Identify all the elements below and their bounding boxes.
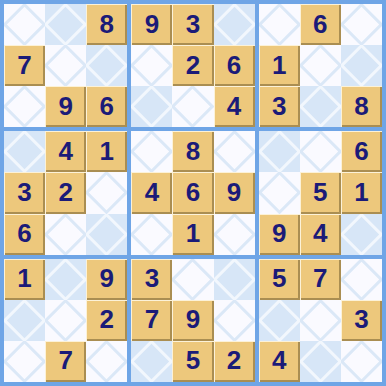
empty-cell-diamond bbox=[4, 4, 45, 45]
box-1-3: 6138 bbox=[259, 4, 382, 127]
given-digit: 9 bbox=[227, 179, 241, 205]
cell-r8c7[interactable] bbox=[259, 300, 300, 341]
cell-r6c4[interactable] bbox=[131, 214, 172, 255]
given-digit: 1 bbox=[186, 220, 200, 246]
cell-r7c9[interactable] bbox=[341, 259, 382, 300]
cell-r4c5: 8 bbox=[172, 131, 213, 172]
cell-r3c4[interactable] bbox=[131, 86, 172, 127]
given-digit: 2 bbox=[227, 347, 241, 373]
given-digit: 2 bbox=[100, 306, 114, 332]
cell-r1c4: 9 bbox=[131, 4, 172, 45]
given-digit: 9 bbox=[145, 11, 159, 37]
cell-r8c5: 9 bbox=[172, 300, 213, 341]
box-3-1: 1927 bbox=[4, 259, 127, 382]
empty-cell-diamond bbox=[131, 341, 172, 382]
given-digit: 2 bbox=[186, 52, 200, 78]
cell-r8c8[interactable] bbox=[300, 300, 341, 341]
given-digit: 1 bbox=[354, 179, 368, 205]
empty-cell-diamond bbox=[259, 300, 300, 341]
given-digit: 4 bbox=[145, 179, 159, 205]
given-digit: 8 bbox=[186, 138, 200, 164]
given-digit: 8 bbox=[354, 93, 368, 119]
cell-r6c5: 1 bbox=[172, 214, 213, 255]
given-digit: 6 bbox=[313, 11, 327, 37]
cell-r4c8[interactable] bbox=[300, 131, 341, 172]
cell-r9c5: 5 bbox=[172, 341, 213, 382]
box-3-2: 37952 bbox=[131, 259, 254, 382]
cell-r1c8: 6 bbox=[300, 4, 341, 45]
cell-r7c5[interactable] bbox=[172, 259, 213, 300]
empty-cell-diamond bbox=[259, 131, 300, 172]
given-digit: 3 bbox=[272, 93, 286, 119]
cell-r6c2[interactable] bbox=[45, 214, 86, 255]
cell-r8c1[interactable] bbox=[4, 300, 45, 341]
cell-r9c9[interactable] bbox=[341, 341, 382, 382]
given-digit: 3 bbox=[186, 11, 200, 37]
empty-cell-diamond bbox=[341, 341, 382, 382]
cell-r2c2[interactable] bbox=[45, 45, 86, 86]
empty-cell-diamond bbox=[131, 86, 172, 127]
given-digit: 9 bbox=[186, 306, 200, 332]
given-digit: 9 bbox=[100, 265, 114, 291]
cell-r1c6[interactable] bbox=[214, 4, 255, 45]
cell-r9c7: 4 bbox=[259, 341, 300, 382]
given-digit: 9 bbox=[272, 220, 286, 246]
cell-r7c6[interactable] bbox=[214, 259, 255, 300]
cell-r3c9: 8 bbox=[341, 86, 382, 127]
cell-r3c6: 4 bbox=[214, 86, 255, 127]
cell-r8c4: 7 bbox=[131, 300, 172, 341]
cell-r9c2: 7 bbox=[45, 341, 86, 382]
cell-r2c3[interactable] bbox=[86, 45, 127, 86]
cell-r7c1: 1 bbox=[4, 259, 45, 300]
cell-r9c1[interactable] bbox=[4, 341, 45, 382]
given-digit: 4 bbox=[313, 220, 327, 246]
empty-cell-diamond bbox=[45, 300, 86, 341]
cell-r2c5: 2 bbox=[172, 45, 213, 86]
cell-r5c3[interactable] bbox=[86, 172, 127, 213]
given-digit: 5 bbox=[272, 265, 286, 291]
cell-r6c6[interactable] bbox=[214, 214, 255, 255]
empty-cell-diamond bbox=[300, 86, 341, 127]
cell-r5c5: 6 bbox=[172, 172, 213, 213]
cell-r7c7: 5 bbox=[259, 259, 300, 300]
cell-r4c4[interactable] bbox=[131, 131, 172, 172]
cell-r8c9: 3 bbox=[341, 300, 382, 341]
cell-r8c2[interactable] bbox=[45, 300, 86, 341]
given-digit: 8 bbox=[100, 11, 114, 37]
empty-cell-diamond bbox=[300, 131, 341, 172]
empty-cell-diamond bbox=[172, 259, 213, 300]
given-digit: 3 bbox=[17, 179, 31, 205]
cell-r4c2: 4 bbox=[45, 131, 86, 172]
empty-cell-diamond bbox=[4, 300, 45, 341]
cell-r9c6: 2 bbox=[214, 341, 255, 382]
cell-r6c1: 6 bbox=[4, 214, 45, 255]
cell-r3c8[interactable] bbox=[300, 86, 341, 127]
cell-r9c8[interactable] bbox=[300, 341, 341, 382]
cell-r3c2: 9 bbox=[45, 86, 86, 127]
given-digit: 6 bbox=[186, 179, 200, 205]
given-digit: 2 bbox=[58, 179, 72, 205]
cell-r7c4: 3 bbox=[131, 259, 172, 300]
cell-r2c7: 1 bbox=[259, 45, 300, 86]
cell-r3c7: 3 bbox=[259, 86, 300, 127]
cell-r1c7[interactable] bbox=[259, 4, 300, 45]
box-3-3: 5734 bbox=[259, 259, 382, 382]
empty-cell-diamond bbox=[341, 45, 382, 86]
empty-cell-diamond bbox=[131, 214, 172, 255]
empty-cell-diamond bbox=[131, 45, 172, 86]
box-2-3: 65194 bbox=[259, 131, 382, 254]
cell-r7c2[interactable] bbox=[45, 259, 86, 300]
cell-r3c5[interactable] bbox=[172, 86, 213, 127]
cell-r3c1[interactable] bbox=[4, 86, 45, 127]
empty-cell-diamond bbox=[214, 259, 255, 300]
given-digit: 5 bbox=[313, 179, 327, 205]
cell-r5c8: 5 bbox=[300, 172, 341, 213]
given-digit: 1 bbox=[17, 265, 31, 291]
given-digit: 6 bbox=[100, 93, 114, 119]
cell-r2c1: 7 bbox=[4, 45, 45, 86]
given-digit: 4 bbox=[227, 93, 241, 119]
cell-r3c3: 6 bbox=[86, 86, 127, 127]
empty-cell-diamond bbox=[259, 4, 300, 45]
cell-r2c9[interactable] bbox=[341, 45, 382, 86]
cell-r1c1[interactable] bbox=[4, 4, 45, 45]
empty-cell-diamond bbox=[300, 45, 341, 86]
empty-cell-diamond bbox=[214, 4, 255, 45]
cell-r9c3[interactable] bbox=[86, 341, 127, 382]
cell-r2c8[interactable] bbox=[300, 45, 341, 86]
given-digit: 4 bbox=[272, 347, 286, 373]
cell-r4c7[interactable] bbox=[259, 131, 300, 172]
cell-r1c5: 3 bbox=[172, 4, 213, 45]
empty-cell-diamond bbox=[214, 214, 255, 255]
cell-r2c6: 6 bbox=[214, 45, 255, 86]
cell-r5c6: 9 bbox=[214, 172, 255, 213]
cell-r1c3: 8 bbox=[86, 4, 127, 45]
cell-r5c1: 3 bbox=[4, 172, 45, 213]
cell-r5c4: 4 bbox=[131, 172, 172, 213]
empty-cell-diamond bbox=[300, 300, 341, 341]
given-digit: 1 bbox=[100, 138, 114, 164]
cell-r1c2[interactable] bbox=[45, 4, 86, 45]
empty-cell-diamond bbox=[4, 131, 45, 172]
empty-cell-diamond bbox=[259, 172, 300, 213]
cell-r9c4[interactable] bbox=[131, 341, 172, 382]
empty-cell-diamond bbox=[341, 259, 382, 300]
empty-cell-diamond bbox=[86, 214, 127, 255]
empty-cell-diamond bbox=[341, 4, 382, 45]
box-2-1: 41326 bbox=[4, 131, 127, 254]
given-digit: 7 bbox=[17, 52, 31, 78]
given-digit: 7 bbox=[145, 306, 159, 332]
cell-r4c9: 6 bbox=[341, 131, 382, 172]
given-digit: 3 bbox=[145, 265, 159, 291]
empty-cell-diamond bbox=[45, 45, 86, 86]
cell-r7c3: 9 bbox=[86, 259, 127, 300]
empty-cell-diamond bbox=[131, 131, 172, 172]
given-digit: 6 bbox=[17, 220, 31, 246]
empty-cell-diamond bbox=[300, 341, 341, 382]
cell-r8c3: 2 bbox=[86, 300, 127, 341]
empty-cell-diamond bbox=[214, 300, 255, 341]
empty-cell-diamond bbox=[172, 86, 213, 127]
cell-r6c8: 4 bbox=[300, 214, 341, 255]
given-digit: 9 bbox=[58, 93, 72, 119]
cell-r6c7: 9 bbox=[259, 214, 300, 255]
cell-r5c9: 1 bbox=[341, 172, 382, 213]
given-digit: 6 bbox=[227, 52, 241, 78]
cell-r5c7[interactable] bbox=[259, 172, 300, 213]
cell-r8c6[interactable] bbox=[214, 300, 255, 341]
given-digit: 1 bbox=[272, 52, 286, 78]
box-1-2: 93264 bbox=[131, 4, 254, 127]
cell-r4c6[interactable] bbox=[214, 131, 255, 172]
cell-r6c9[interactable] bbox=[341, 214, 382, 255]
empty-cell-diamond bbox=[4, 341, 45, 382]
given-digit: 7 bbox=[58, 347, 72, 373]
cell-r1c9[interactable] bbox=[341, 4, 382, 45]
cell-r4c3: 1 bbox=[86, 131, 127, 172]
box-2-2: 84691 bbox=[131, 131, 254, 254]
cell-r5c2: 2 bbox=[45, 172, 86, 213]
empty-cell-diamond bbox=[45, 4, 86, 45]
empty-cell-diamond bbox=[86, 341, 127, 382]
empty-cell-diamond bbox=[45, 214, 86, 255]
cell-r7c8: 7 bbox=[300, 259, 341, 300]
cell-r4c1[interactable] bbox=[4, 131, 45, 172]
cell-r2c4[interactable] bbox=[131, 45, 172, 86]
empty-cell-diamond bbox=[214, 131, 255, 172]
sudoku-board: 8796932646138413268469165194192737952573… bbox=[0, 0, 386, 386]
box-1-1: 8796 bbox=[4, 4, 127, 127]
given-digit: 7 bbox=[313, 265, 327, 291]
empty-cell-diamond bbox=[45, 259, 86, 300]
given-digit: 4 bbox=[58, 138, 72, 164]
empty-cell-diamond bbox=[86, 172, 127, 213]
empty-cell-diamond bbox=[4, 86, 45, 127]
empty-cell-diamond bbox=[86, 45, 127, 86]
cell-r6c3[interactable] bbox=[86, 214, 127, 255]
empty-cell-diamond bbox=[341, 214, 382, 255]
given-digit: 5 bbox=[186, 347, 200, 373]
given-digit: 3 bbox=[354, 306, 368, 332]
given-digit: 6 bbox=[354, 138, 368, 164]
